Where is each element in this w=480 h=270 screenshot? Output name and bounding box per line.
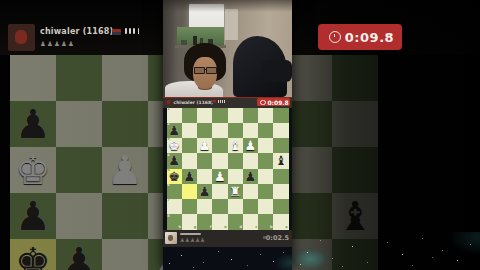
star bbox=[273, 261, 274, 262]
square-a3 bbox=[273, 138, 288, 153]
star bbox=[387, 242, 388, 243]
window-frame bbox=[225, 9, 238, 40]
opponent-name: chiwaler (1168) bbox=[174, 100, 214, 105]
rank-label: 5 bbox=[167, 169, 169, 173]
star bbox=[320, 240, 321, 241]
square-e7 bbox=[212, 199, 227, 214]
square-b3 bbox=[258, 138, 273, 153]
video-starfield bbox=[163, 247, 292, 270]
streamer-captured-pieces: ♙♙♙♙♙ bbox=[180, 237, 205, 243]
star bbox=[181, 255, 182, 256]
star bbox=[300, 264, 301, 265]
square-a2 bbox=[273, 123, 288, 138]
star bbox=[247, 265, 248, 266]
white-bishop-piece: ♝ bbox=[228, 138, 243, 153]
square-a8: a bbox=[273, 214, 288, 229]
square-g5: ♟ bbox=[182, 169, 197, 184]
square-g1 bbox=[182, 108, 197, 123]
star bbox=[422, 238, 423, 239]
background-player-name: chiwaler (1168) bbox=[40, 27, 113, 36]
square-e4 bbox=[212, 153, 227, 168]
background-player-avatar bbox=[8, 24, 35, 51]
star bbox=[193, 267, 194, 268]
square-d2 bbox=[228, 123, 243, 138]
glasses-bridge bbox=[204, 69, 207, 70]
ceiling-shadow bbox=[163, 0, 292, 12]
rank-label: 3 bbox=[167, 138, 169, 142]
opponent-player-bar: chiwaler (1168) 0:09.8 bbox=[163, 97, 292, 108]
white-pawn-piece: ♟ bbox=[212, 169, 227, 184]
chess-board: 1♟2♚3♟♝♟♟4♝♚5♟♟♟6♟♜78hgfedcba bbox=[167, 108, 289, 230]
square-f2 bbox=[197, 123, 212, 138]
white-rook-piece: ♜ bbox=[228, 184, 243, 199]
opponent-clock-time: 0:09.8 bbox=[266, 99, 291, 106]
square-g6 bbox=[182, 184, 197, 199]
background-captured-pieces: ♟♟♟♟♟ bbox=[40, 40, 75, 48]
square-g3 bbox=[182, 138, 197, 153]
square-d8: d bbox=[228, 214, 243, 229]
star bbox=[342, 266, 343, 267]
rank-label: 2 bbox=[167, 123, 169, 127]
square-g2 bbox=[182, 123, 197, 138]
star bbox=[169, 263, 170, 264]
square-b1 bbox=[258, 108, 273, 123]
black-pawn-piece: ♟ bbox=[182, 169, 197, 184]
streamer-player-bar: ♙♙♙♙♙ 0:02.5 bbox=[163, 230, 292, 248]
streamer-avatar bbox=[165, 232, 177, 244]
white-pawn-piece: ♟ bbox=[197, 138, 212, 153]
square-b2 bbox=[258, 123, 273, 138]
star bbox=[231, 259, 232, 260]
glasses-right-lens bbox=[206, 67, 217, 74]
square-b5 bbox=[258, 169, 273, 184]
square-d6: ♜ bbox=[228, 184, 243, 199]
black-pawn-piece: ♟ bbox=[243, 169, 258, 184]
star bbox=[203, 262, 204, 263]
square-e2 bbox=[212, 123, 227, 138]
star bbox=[412, 265, 413, 266]
video-column[interactable]: chiwaler (1168) 0:09.8 1♟2♚3♟♝♟♟4♝♚5♟♟♟6… bbox=[163, 0, 292, 270]
square-d5 bbox=[228, 169, 243, 184]
square-e3 bbox=[212, 138, 227, 153]
square-h5: ♚5 bbox=[167, 169, 182, 184]
square-c4 bbox=[243, 153, 258, 168]
rank-label: 4 bbox=[167, 154, 169, 158]
square-a4: ♝ bbox=[273, 153, 288, 168]
timer-icon bbox=[329, 31, 341, 43]
square-f4 bbox=[197, 153, 212, 168]
square-b6 bbox=[258, 184, 273, 199]
square-f7 bbox=[197, 199, 212, 214]
chair-armrest bbox=[261, 60, 292, 82]
rank-label: 7 bbox=[167, 199, 169, 203]
opponent-clock-badge: 0:09.8 bbox=[257, 98, 290, 106]
square-d3: ♝ bbox=[228, 138, 243, 153]
background-clock-badge: 0:09.8 bbox=[318, 24, 402, 50]
square-c8: c bbox=[243, 214, 258, 229]
webcam-view bbox=[163, 0, 292, 97]
square-h4: ♟4 bbox=[167, 153, 182, 168]
star bbox=[402, 254, 403, 255]
video-frame: ♟♚♟♝♟♟♝♚♟♟♟♟♜ chiwaler (1168) ♟♟♟♟♟ 0:09… bbox=[0, 0, 480, 270]
square-b8: b bbox=[258, 214, 273, 229]
black-bishop-piece: ♝ bbox=[273, 153, 288, 168]
square-g8: g bbox=[182, 214, 197, 229]
square-g4 bbox=[182, 153, 197, 168]
square-f8: f bbox=[197, 214, 212, 229]
star bbox=[283, 252, 284, 253]
black-pawn-piece: ♟ bbox=[197, 184, 212, 199]
square-e8: e bbox=[212, 214, 227, 229]
rank-label: 1 bbox=[167, 108, 169, 112]
background-starfield bbox=[292, 232, 480, 270]
star bbox=[260, 254, 261, 255]
square-c6 bbox=[243, 184, 258, 199]
square-h8: 8h bbox=[167, 214, 182, 229]
opponent-avatar bbox=[165, 99, 172, 106]
square-b7 bbox=[258, 199, 273, 214]
square-h2: ♟2 bbox=[167, 123, 182, 138]
white-pawn-piece: ♟ bbox=[243, 138, 258, 153]
square-f3: ♟ bbox=[197, 138, 212, 153]
square-e1 bbox=[212, 108, 227, 123]
square-h7: 7 bbox=[167, 199, 182, 214]
square-c7 bbox=[243, 199, 258, 214]
square-a7 bbox=[273, 199, 288, 214]
opponent-captured-pawn-sticks bbox=[218, 100, 225, 103]
square-c1 bbox=[243, 108, 258, 123]
square-e6 bbox=[212, 184, 227, 199]
star bbox=[367, 262, 368, 263]
square-d7 bbox=[228, 199, 243, 214]
streamer-name-illegible bbox=[180, 233, 201, 236]
nebula bbox=[262, 247, 292, 270]
square-c2 bbox=[243, 123, 258, 138]
square-c3: ♟ bbox=[243, 138, 258, 153]
square-e5: ♟ bbox=[212, 169, 227, 184]
square-h3: ♚3 bbox=[167, 138, 182, 153]
square-f6: ♟ bbox=[197, 184, 212, 199]
background-captured-pawn-sticks bbox=[125, 28, 139, 34]
streamer-clock-time: 0:02.5 bbox=[266, 234, 289, 242]
square-b4 bbox=[258, 153, 273, 168]
square-a6 bbox=[273, 184, 288, 199]
star bbox=[442, 250, 443, 251]
square-a1 bbox=[273, 108, 288, 123]
square-d1 bbox=[228, 108, 243, 123]
rank-label: 6 bbox=[167, 184, 169, 188]
star bbox=[470, 244, 471, 245]
square-f1 bbox=[197, 108, 212, 123]
square-c5: ♟ bbox=[243, 169, 258, 184]
star bbox=[352, 246, 353, 247]
square-d4 bbox=[228, 153, 243, 168]
star bbox=[457, 260, 458, 261]
square-g7 bbox=[182, 199, 197, 214]
star bbox=[432, 257, 433, 258]
background-clock-time: 0:09.8 bbox=[341, 30, 402, 45]
opponent-flag-icon bbox=[212, 100, 216, 103]
square-h1: 1 bbox=[167, 108, 182, 123]
star bbox=[307, 252, 308, 253]
square-h6: 6 bbox=[167, 184, 182, 199]
background-flag-icon bbox=[112, 29, 121, 35]
square-f5 bbox=[197, 169, 212, 184]
square-a5 bbox=[273, 169, 288, 184]
rank-label: 8 bbox=[167, 215, 169, 219]
star bbox=[332, 258, 333, 259]
star bbox=[218, 251, 219, 252]
